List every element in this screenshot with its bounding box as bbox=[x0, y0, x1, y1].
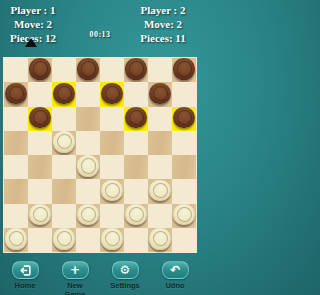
board bbox=[3, 57, 197, 253]
white-piece[interactable] bbox=[149, 180, 170, 201]
square-r8c5[interactable] bbox=[100, 228, 124, 252]
square-r2c4[interactable] bbox=[76, 82, 100, 106]
square-r6c1[interactable] bbox=[4, 179, 28, 203]
white-piece[interactable] bbox=[173, 204, 194, 225]
black-piece[interactable] bbox=[125, 58, 146, 79]
square-r5c6[interactable] bbox=[124, 155, 148, 179]
black-piece[interactable] bbox=[125, 107, 146, 128]
square-r2c2[interactable] bbox=[28, 82, 52, 106]
square-r7c1[interactable] bbox=[4, 204, 28, 228]
square-r2c8[interactable] bbox=[172, 82, 196, 106]
undo-button[interactable]: ↶ Udno bbox=[151, 253, 199, 291]
square-r2c3[interactable] bbox=[52, 82, 76, 106]
square-r7c7[interactable] bbox=[148, 204, 172, 228]
player1-label: Player : 1 bbox=[5, 3, 61, 17]
square-r8c8[interactable] bbox=[172, 228, 196, 252]
square-r8c4[interactable] bbox=[76, 228, 100, 252]
home-button[interactable]: Home bbox=[1, 253, 49, 291]
square-r3c2[interactable] bbox=[28, 107, 52, 131]
square-r6c6[interactable] bbox=[124, 179, 148, 203]
square-r1c2[interactable] bbox=[28, 58, 52, 82]
square-r8c7[interactable] bbox=[148, 228, 172, 252]
plus-icon: + bbox=[62, 261, 89, 279]
white-piece[interactable] bbox=[5, 228, 26, 249]
square-r5c5[interactable] bbox=[100, 155, 124, 179]
turn-indicator-triangle bbox=[25, 38, 37, 47]
square-r8c1[interactable] bbox=[4, 228, 28, 252]
square-r4c5[interactable] bbox=[100, 131, 124, 155]
black-piece[interactable] bbox=[29, 58, 50, 79]
square-r2c5[interactable] bbox=[100, 82, 124, 106]
new-game-button[interactable]: + New Game bbox=[51, 253, 99, 295]
square-r1c7[interactable] bbox=[148, 58, 172, 82]
player2-move-count: Move: 2 bbox=[130, 17, 196, 31]
white-piece[interactable] bbox=[77, 155, 98, 176]
square-r7c3[interactable] bbox=[52, 204, 76, 228]
square-r2c7[interactable] bbox=[148, 82, 172, 106]
square-r3c3[interactable] bbox=[52, 107, 76, 131]
square-r1c8[interactable] bbox=[172, 58, 196, 82]
square-r3c8[interactable] bbox=[172, 107, 196, 131]
player2-label: Player : 2 bbox=[130, 3, 196, 17]
square-r3c6[interactable] bbox=[124, 107, 148, 131]
square-r1c1[interactable] bbox=[4, 58, 28, 82]
black-piece[interactable] bbox=[173, 58, 194, 79]
square-r7c4[interactable] bbox=[76, 204, 100, 228]
square-r4c8[interactable] bbox=[172, 131, 196, 155]
black-piece[interactable] bbox=[5, 83, 26, 104]
square-r2c1[interactable] bbox=[4, 82, 28, 106]
square-r1c4[interactable] bbox=[76, 58, 100, 82]
square-r5c3[interactable] bbox=[52, 155, 76, 179]
white-piece[interactable] bbox=[125, 204, 146, 225]
square-r5c1[interactable] bbox=[4, 155, 28, 179]
white-piece[interactable] bbox=[101, 228, 122, 249]
new-game-button-label: New Game bbox=[57, 281, 93, 295]
white-piece[interactable] bbox=[77, 204, 98, 225]
player1-move-count: Move: 2 bbox=[5, 17, 61, 31]
square-r7c5[interactable] bbox=[100, 204, 124, 228]
square-r8c3[interactable] bbox=[52, 228, 76, 252]
square-r5c4[interactable] bbox=[76, 155, 100, 179]
black-piece[interactable] bbox=[173, 107, 194, 128]
square-r3c5[interactable] bbox=[100, 107, 124, 131]
square-r3c7[interactable] bbox=[148, 107, 172, 131]
player2-piece-count: Pieces: 11 bbox=[130, 31, 196, 45]
white-piece[interactable] bbox=[149, 228, 170, 249]
black-piece[interactable] bbox=[77, 58, 98, 79]
exit-icon bbox=[12, 261, 39, 279]
white-piece[interactable] bbox=[53, 131, 74, 152]
square-r8c6[interactable] bbox=[124, 228, 148, 252]
square-r5c7[interactable] bbox=[148, 155, 172, 179]
square-r3c1[interactable] bbox=[4, 107, 28, 131]
settings-button-label: Settings bbox=[110, 281, 140, 290]
black-piece[interactable] bbox=[29, 107, 50, 128]
square-r6c3[interactable] bbox=[52, 179, 76, 203]
square-r3c4[interactable] bbox=[76, 107, 100, 131]
undo-icon: ↶ bbox=[162, 261, 189, 279]
undo-button-label: Udno bbox=[165, 281, 184, 290]
square-r6c7[interactable] bbox=[148, 179, 172, 203]
black-piece[interactable] bbox=[53, 83, 74, 104]
white-piece[interactable] bbox=[29, 204, 50, 225]
home-button-label: Home bbox=[15, 281, 36, 290]
square-r6c8[interactable] bbox=[172, 179, 196, 203]
square-r4c1[interactable] bbox=[4, 131, 28, 155]
square-r6c4[interactable] bbox=[76, 179, 100, 203]
toolbar: Home + New Game ⚙ Settings ↶ Udno bbox=[0, 253, 200, 295]
white-piece[interactable] bbox=[101, 180, 122, 201]
player2-info: Player : 2 Move: 2 Pieces: 11 bbox=[130, 3, 196, 45]
square-r1c6[interactable] bbox=[124, 58, 148, 82]
square-r4c7[interactable] bbox=[148, 131, 172, 155]
settings-button[interactable]: ⚙ Settings bbox=[101, 253, 149, 291]
black-piece[interactable] bbox=[149, 83, 170, 104]
square-r6c2[interactable] bbox=[28, 179, 52, 203]
square-r7c2[interactable] bbox=[28, 204, 52, 228]
square-r5c2[interactable] bbox=[28, 155, 52, 179]
square-r4c4[interactable] bbox=[76, 131, 100, 155]
square-r4c3[interactable] bbox=[52, 131, 76, 155]
square-r4c6[interactable] bbox=[124, 131, 148, 155]
square-r1c5[interactable] bbox=[100, 58, 124, 82]
white-piece[interactable] bbox=[53, 228, 74, 249]
square-r7c6[interactable] bbox=[124, 204, 148, 228]
square-r4c2[interactable] bbox=[28, 131, 52, 155]
square-r1c3[interactable] bbox=[52, 58, 76, 82]
gear-icon: ⚙ bbox=[112, 261, 139, 279]
black-piece[interactable] bbox=[101, 83, 122, 104]
square-r5c8[interactable] bbox=[172, 155, 196, 179]
square-r2c6[interactable] bbox=[124, 82, 148, 106]
square-r7c8[interactable] bbox=[172, 204, 196, 228]
square-r8c2[interactable] bbox=[28, 228, 52, 252]
square-r6c5[interactable] bbox=[100, 179, 124, 203]
